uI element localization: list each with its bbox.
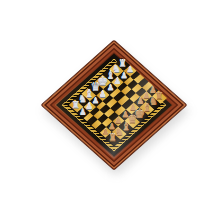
chess-set: ♜♞♝♛♚♝♞♜♟♟♟♟♟♟♟♟♟♟♟♟♟♟♟♟♜♞♝♛♚♝♞♜ bbox=[40, 40, 187, 171]
product-photo: ♜♞♝♛♚♝♞♜♟♟♟♟♟♟♟♟♟♟♟♟♟♟♟♟♜♞♝♛♚♝♞♜ bbox=[0, 0, 220, 220]
gold-rook: ♜ bbox=[155, 91, 164, 101]
silver-pawn: ♟ bbox=[99, 90, 107, 99]
silver-pawn: ♟ bbox=[126, 66, 134, 75]
gold-pattern-border: ♜♞♝♛♚♝♞♜♟♟♟♟♟♟♟♟♟♟♟♟♟♟♟♟♜♞♝♛♚♝♞♜ bbox=[62, 58, 167, 151]
wood-frame: ♜♞♝♛♚♝♞♜♟♟♟♟♟♟♟♟♟♟♟♟♟♟♟♟♜♞♝♛♚♝♞♜ bbox=[40, 40, 187, 171]
chess-board: ♜♞♝♛♚♝♞♜♟♟♟♟♟♟♟♟♟♟♟♟♟♟♟♟♜♞♝♛♚♝♞♜ bbox=[67, 63, 160, 146]
